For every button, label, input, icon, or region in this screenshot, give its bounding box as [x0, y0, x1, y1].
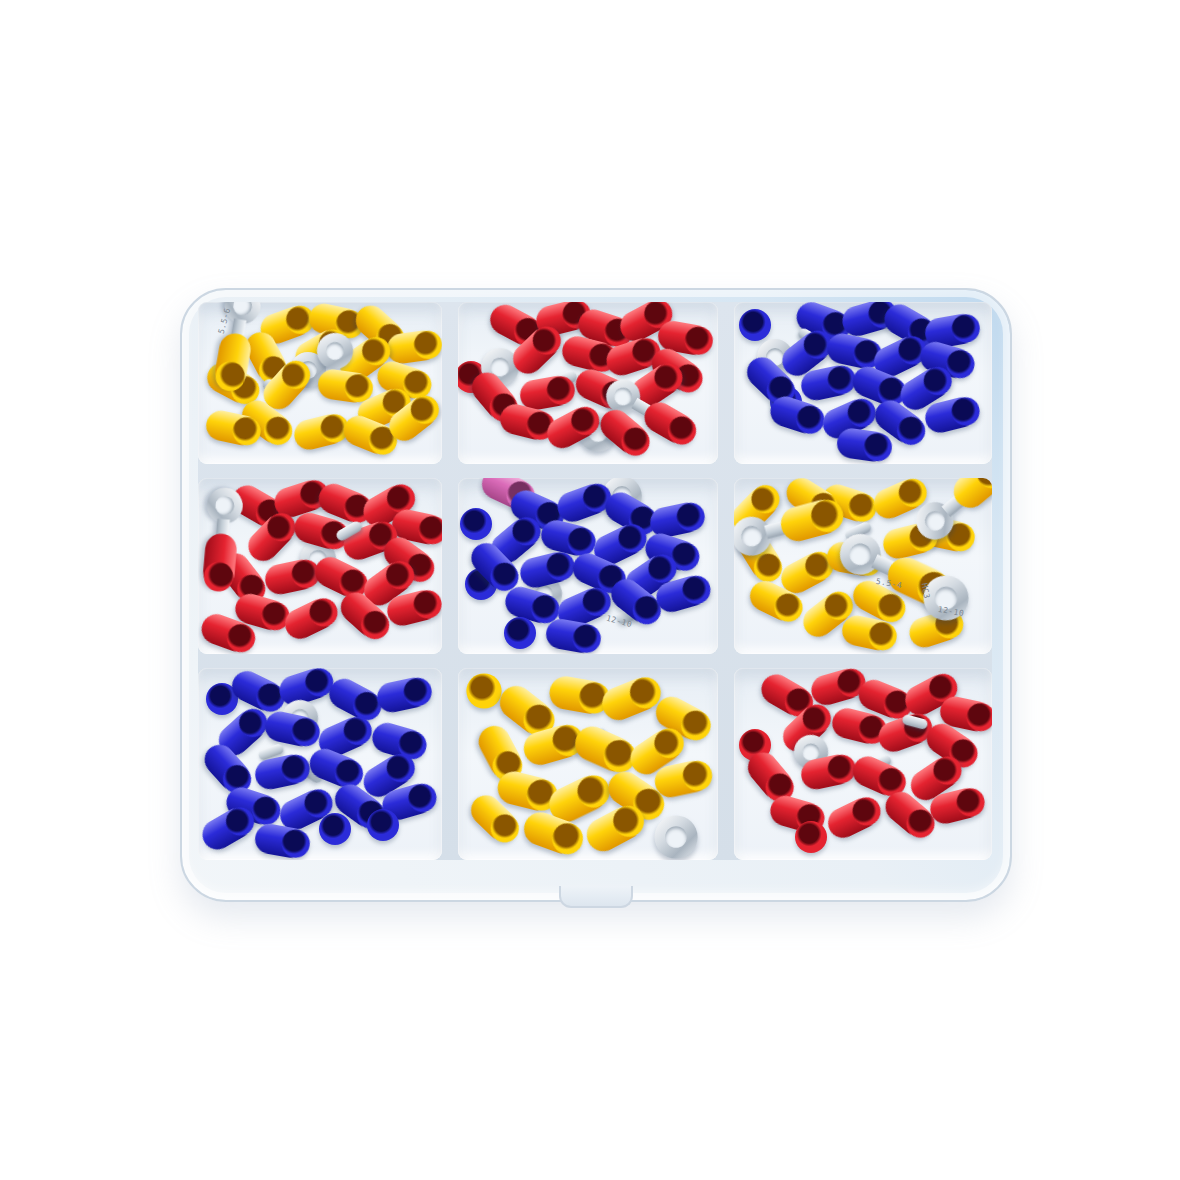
- terminal-tube-end: [460, 508, 492, 540]
- terminal-tube: [547, 674, 609, 716]
- terminal-tube-end: [319, 813, 351, 845]
- terminal-tube: [291, 411, 349, 453]
- terminal-tube-end: [739, 309, 771, 341]
- terminal-tube: [597, 673, 662, 725]
- compartment-r2c3-yellow: 5.5-412-10HC3: [734, 478, 992, 654]
- terminal-tube: [824, 331, 881, 371]
- terminal-sleeve: [213, 331, 254, 390]
- terminal-tube: [280, 594, 340, 644]
- terminal-tube-end: [466, 673, 501, 708]
- terminal-tube-end: [504, 617, 536, 649]
- photo-canvas: Clear light-blue plastic 9-compartment o…: [0, 0, 1180, 1180]
- compartment-r1c3-blue: [734, 302, 992, 464]
- stamped-marking: HC3: [920, 582, 931, 599]
- terminal-tube: [835, 426, 891, 463]
- compartment-r3c1-blue: [198, 668, 442, 860]
- metal-ring: [655, 815, 698, 858]
- terminal-tube: [198, 803, 257, 855]
- latch-tab: [559, 886, 633, 908]
- compartment-grid: 5.5-6 12-10 5.5-412-10HC3: [198, 302, 992, 860]
- compartment-r3c3-red: [734, 668, 992, 860]
- terminal-tube: [544, 617, 600, 654]
- terminal-tube: [808, 668, 866, 709]
- compartment-r2c2-blue: 12-10: [458, 478, 718, 654]
- terminal-tube: [262, 556, 319, 596]
- organizer-box: 5.5-6 12-10 5.5-412-10HC3: [180, 288, 1012, 902]
- terminal-tube: [518, 549, 576, 591]
- metal-ring: [833, 527, 887, 581]
- terminal-tube: [569, 721, 638, 777]
- compartment-r2c1-red: [198, 478, 442, 654]
- terminal-tube: [374, 675, 431, 715]
- terminal-tube-end: [367, 809, 399, 841]
- terminal-tube-end: [795, 821, 827, 853]
- compartment-r1c2-red: [458, 302, 718, 464]
- compartment-r3c2-yellow: [458, 668, 718, 860]
- terminal-tube: [823, 793, 883, 843]
- terminal-sleeve: [202, 532, 238, 589]
- compartment-r1c1-yellow: 5.5-6: [198, 302, 442, 464]
- terminal-sleeve: [777, 496, 844, 545]
